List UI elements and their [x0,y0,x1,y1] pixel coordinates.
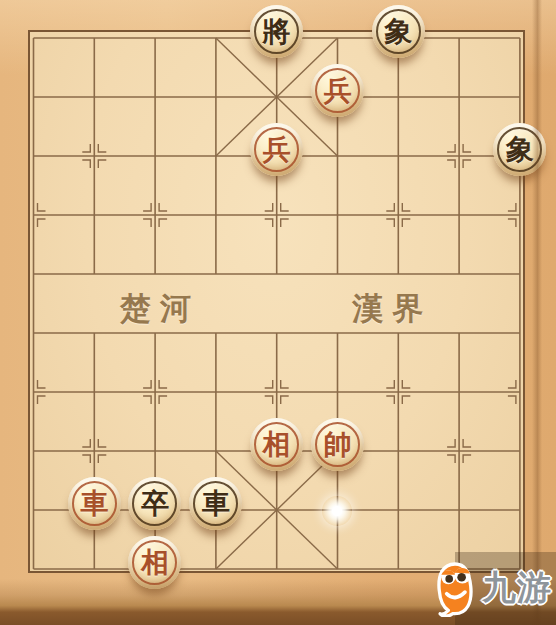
piece-character: 卒 [128,477,181,530]
piece-character: 將 [250,5,303,58]
red-pawn[interactable]: 兵 [311,64,364,117]
piece-character: 車 [189,477,242,530]
piece-character: 象 [372,5,425,58]
piece-character: 車 [68,477,121,530]
black-pawn[interactable]: 卒 [128,477,181,530]
piece-character: 兵 [250,123,303,176]
jiuyou-watermark: 九游 [430,559,552,617]
black-general[interactable]: 將 [250,5,303,58]
piece-character: 相 [250,418,303,471]
move-highlight-sparkle [322,496,352,526]
red-general[interactable]: 帥 [311,418,364,471]
frame-right-shade [532,0,542,625]
black-elephant[interactable]: 象 [372,5,425,58]
watermark-text: 九游 [482,565,552,611]
red-pawn[interactable]: 兵 [250,123,303,176]
red-elephant[interactable]: 相 [250,418,303,471]
black-chariot[interactable]: 車 [189,477,242,530]
piece-character: 兵 [311,64,364,117]
pieces-layer[interactable]: 將象兵兵象相帥車卒車相 [3,9,550,599]
piece-character: 帥 [311,418,364,471]
red-chariot[interactable]: 車 [68,477,121,530]
jiuyou-mascot-icon [430,559,480,617]
